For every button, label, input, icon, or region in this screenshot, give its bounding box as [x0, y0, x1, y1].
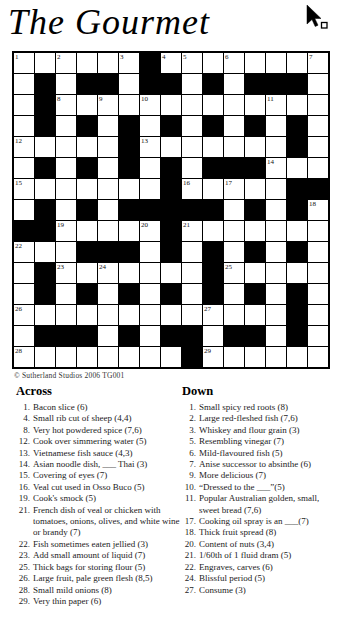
clue-down-9: 9.More delicious (7): [176, 470, 340, 481]
clue-across-14: 14.Asian noodle dish, ___ Thai (3): [10, 459, 180, 470]
black-cell: [56, 326, 76, 346]
cell-number: 14: [267, 158, 274, 166]
clue-down-10: 10.“Dressed to the ___”(5): [176, 482, 340, 493]
black-cell: [287, 74, 307, 94]
clue-number: 13.: [10, 448, 33, 459]
grid-cell[interactable]: [14, 116, 34, 136]
grid-cell[interactable]: [287, 53, 307, 73]
grid-cell[interactable]: [224, 221, 244, 241]
grid-cell[interactable]: [224, 242, 244, 262]
grid-cell[interactable]: [266, 116, 286, 136]
black-cell: [77, 116, 97, 136]
grid-cell[interactable]: [245, 263, 265, 283]
black-cell: [287, 116, 307, 136]
grid-cell[interactable]: [308, 116, 328, 136]
black-cell: [203, 74, 223, 94]
grid-cell[interactable]: [266, 326, 286, 346]
black-cell: [203, 263, 223, 283]
grid-cell[interactable]: [308, 74, 328, 94]
grid-cell[interactable]: [56, 158, 76, 178]
clue-text: Cooking oil spray is an ___(7): [199, 516, 340, 527]
grid-cell[interactable]: [140, 305, 160, 325]
black-cell: [140, 74, 160, 94]
grid-cell[interactable]: 20: [140, 221, 160, 241]
grid-cell[interactable]: [266, 137, 286, 157]
black-cell: [245, 200, 265, 220]
cell-number: 28: [15, 347, 22, 355]
grid-cell[interactable]: [161, 305, 181, 325]
clue-across-22: 22.Fish sometimes eaten jellied (3): [10, 539, 180, 550]
grid-cell[interactable]: [77, 53, 97, 73]
grid-cell[interactable]: [119, 263, 139, 283]
grid-cell[interactable]: [245, 53, 265, 73]
black-cell: [245, 284, 265, 304]
grid-cell[interactable]: 22: [14, 242, 34, 262]
grid-cell[interactable]: [224, 137, 244, 157]
grid-cell[interactable]: [140, 116, 160, 136]
black-cell: [119, 116, 139, 136]
clue-across-26: 26.Large fruit, pale green flesh (8,5): [10, 573, 180, 584]
grid-cell[interactable]: [266, 200, 286, 220]
black-cell: [245, 116, 265, 136]
grid-cell[interactable]: [203, 221, 223, 241]
clue-text: Large red-fleshed fish (7,6): [199, 413, 340, 424]
clue-across-29: 29.Very thin paper (6): [10, 596, 180, 607]
grid-cell[interactable]: [161, 95, 181, 115]
cell-number: 23: [57, 263, 64, 271]
grid-cell[interactable]: 17: [224, 179, 244, 199]
clue-number: 6.: [176, 448, 199, 459]
grid-cell[interactable]: 7: [308, 53, 328, 73]
grid-cell[interactable]: [14, 74, 34, 94]
clue-number: 7.: [176, 459, 199, 470]
grid-cell[interactable]: [287, 95, 307, 115]
grid-cell[interactable]: [308, 95, 328, 115]
grid-cell[interactable]: [224, 200, 244, 220]
clue-number: 22.: [10, 539, 33, 550]
grid-cell[interactable]: [224, 284, 244, 304]
grid-cell[interactable]: 27: [203, 305, 223, 325]
grid-cell[interactable]: [35, 53, 55, 73]
grid-cell[interactable]: [14, 263, 34, 283]
black-cell: [161, 200, 181, 220]
grid-cell[interactable]: [182, 137, 202, 157]
black-cell: [203, 116, 223, 136]
grid-cell[interactable]: [119, 74, 139, 94]
black-cell: [35, 326, 55, 346]
grid-cell[interactable]: [98, 326, 118, 346]
across-clue-list: 1.Bacon slice (6)4.Small rib cut of shee…: [10, 402, 180, 607]
black-cell: [182, 326, 202, 346]
cell-number: 6: [225, 53, 229, 61]
black-cell: [224, 158, 244, 178]
black-cell: [119, 284, 139, 304]
grid-cell[interactable]: [35, 347, 55, 367]
grid-cell[interactable]: [98, 347, 118, 367]
black-cell: [35, 74, 55, 94]
grid-cell[interactable]: [266, 221, 286, 241]
clue-text: Fish sometimes eaten jellied (3): [33, 539, 180, 550]
grid-cell[interactable]: [224, 347, 244, 367]
grid-cell[interactable]: [140, 284, 160, 304]
clue-number: 23.: [10, 550, 33, 561]
cell-number: 8: [57, 95, 61, 103]
clue-text: Very hot powdered spice (7,6): [33, 425, 180, 436]
clue-text: Whiskey and flour grain (3): [199, 425, 340, 436]
cell-number: 29: [204, 347, 211, 355]
grid-cell[interactable]: [182, 158, 202, 178]
clue-text: Bacon slice (6): [33, 402, 180, 413]
clue-number: 11.: [176, 493, 199, 516]
grid-cell[interactable]: [56, 74, 76, 94]
grid-cell[interactable]: [308, 221, 328, 241]
clue-across-19: 19.Cook's smock (5): [10, 493, 180, 504]
across-clues-section: Across 1.Bacon slice (6)4.Small rib cut …: [10, 384, 180, 607]
black-cell: [161, 116, 181, 136]
grid-cell[interactable]: [140, 179, 160, 199]
clue-text: 1/60th of 1 fluid dram (5): [199, 550, 340, 561]
black-cell: [287, 242, 307, 262]
black-cell: [287, 284, 307, 304]
grid-cell[interactable]: [308, 137, 328, 157]
grid-cell[interactable]: 18: [308, 200, 328, 220]
grid-cell[interactable]: [56, 179, 76, 199]
black-cell: [98, 242, 118, 262]
grid-cell[interactable]: 3: [119, 53, 139, 73]
grid-cell[interactable]: [14, 284, 34, 304]
grid-cell[interactable]: [14, 95, 34, 115]
clue-number: 21.: [176, 550, 199, 561]
grid-cell[interactable]: [182, 242, 202, 262]
clue-text: French dish of veal or chicken with toma…: [33, 505, 180, 539]
black-cell: [77, 158, 97, 178]
grid-cell[interactable]: [203, 95, 223, 115]
clue-down-27: 27.Consume (3): [176, 585, 340, 596]
grid-cell[interactable]: [308, 284, 328, 304]
crossword-grid: 1234567891011121314151617181920212223242…: [12, 51, 330, 369]
grid-cell[interactable]: 25: [224, 263, 244, 283]
black-cell: [161, 326, 181, 346]
grid-cell[interactable]: [308, 347, 328, 367]
grid-cell[interactable]: [56, 137, 76, 157]
clue-number: 29.: [10, 596, 33, 607]
clue-text: Small rib cut of sheep (4,4): [33, 413, 180, 424]
grid-cell[interactable]: [308, 326, 328, 346]
grid-cell[interactable]: [266, 263, 286, 283]
grid-cell[interactable]: [203, 137, 223, 157]
grid-cell[interactable]: [140, 242, 160, 262]
clue-down-17: 17.Cooking oil spray is an ___(7): [176, 516, 340, 527]
grid-cell[interactable]: [308, 158, 328, 178]
grid-cell[interactable]: [77, 137, 97, 157]
grid-cell[interactable]: 11: [266, 95, 286, 115]
clue-across-1: 1.Bacon slice (6): [10, 402, 180, 413]
grid-cell[interactable]: [161, 263, 181, 283]
clue-across-12: 12.Cook over simmering water (5): [10, 436, 180, 447]
clue-text: Resembling vinegar (7): [199, 436, 340, 447]
grid-cell[interactable]: [203, 326, 223, 346]
grid-cell[interactable]: [14, 326, 34, 346]
grid-cell[interactable]: 24: [98, 263, 118, 283]
clue-number: 20.: [176, 539, 199, 550]
grid-cell[interactable]: [182, 95, 202, 115]
clue-number: 14.: [10, 459, 33, 470]
clue-text: Veal cut used in Osso Buco (5): [33, 482, 180, 493]
grid-cell[interactable]: [182, 305, 202, 325]
grid-cell[interactable]: [77, 221, 97, 241]
clue-number: 2.: [176, 413, 199, 424]
grid-cell[interactable]: [98, 179, 118, 199]
grid-cell[interactable]: 19: [56, 221, 76, 241]
grid-cell[interactable]: [287, 347, 307, 367]
cell-number: 3: [120, 53, 124, 61]
clue-number: 26.: [10, 573, 33, 584]
grid-cell[interactable]: [224, 95, 244, 115]
grid-cell[interactable]: 2: [56, 53, 76, 73]
grid-cell[interactable]: [308, 305, 328, 325]
clue-number: 28.: [10, 585, 33, 596]
grid-cell[interactable]: 14: [266, 158, 286, 178]
grid-cell[interactable]: [203, 179, 223, 199]
grid-cell[interactable]: [140, 263, 160, 283]
black-cell: [161, 284, 181, 304]
cell-number: 17: [225, 179, 232, 187]
black-cell: [287, 305, 307, 325]
clue-across-16: 16.Veal cut used in Osso Buco (5): [10, 482, 180, 493]
grid-cell[interactable]: [245, 221, 265, 241]
grid-cell[interactable]: [98, 305, 118, 325]
clue-text: Asian noodle dish, ___ Thai (3): [33, 459, 180, 470]
grid-cell[interactable]: [56, 347, 76, 367]
black-cell: [119, 200, 139, 220]
mouse-cursor-icon: [301, 4, 329, 32]
grid-cell[interactable]: [140, 158, 160, 178]
cell-number: 9: [99, 95, 103, 103]
clue-down-22: 22.Engraves, carves (6): [176, 562, 340, 573]
cell-number: 5: [183, 53, 187, 61]
grid-cell[interactable]: [224, 305, 244, 325]
black-cell: [287, 200, 307, 220]
grid-cell[interactable]: 15: [14, 179, 34, 199]
grid-cell[interactable]: [77, 263, 97, 283]
clue-number: 9.: [176, 470, 199, 481]
grid-cell[interactable]: 12: [14, 137, 34, 157]
grid-cell[interactable]: 9: [98, 95, 118, 115]
clue-number: 18.: [176, 527, 199, 538]
grid-cell[interactable]: [14, 200, 34, 220]
clue-number: 3.: [176, 425, 199, 436]
black-cell: [119, 326, 139, 346]
black-cell: [161, 242, 181, 262]
grid-cell[interactable]: [245, 347, 265, 367]
down-clues-section: Down 1.Small spicy red roots (8)2.Large …: [176, 384, 340, 596]
grid-cell[interactable]: [56, 200, 76, 220]
cell-number: 15: [15, 179, 22, 187]
grid-cell[interactable]: [266, 284, 286, 304]
grid-cell[interactable]: [98, 53, 118, 73]
grid-cell[interactable]: 1: [14, 53, 34, 73]
clue-number: 21.: [10, 505, 33, 539]
grid-cell[interactable]: [266, 347, 286, 367]
cell-number: 13: [141, 137, 148, 145]
grid-cell[interactable]: 26: [14, 305, 34, 325]
clue-number: 19.: [10, 493, 33, 504]
black-cell: [140, 200, 160, 220]
grid-cell[interactable]: [266, 305, 286, 325]
clue-text: Vietnamese fish sauce (4,3): [33, 448, 180, 459]
clue-number: 1.: [176, 402, 199, 413]
black-cell: [77, 284, 97, 304]
grid-cell[interactable]: [98, 200, 118, 220]
grid-cell[interactable]: [287, 263, 307, 283]
grid-cell[interactable]: [119, 221, 139, 241]
grid-cell[interactable]: [35, 137, 55, 157]
grid-cell[interactable]: [182, 263, 202, 283]
grid-cell[interactable]: [119, 179, 139, 199]
grid-cell[interactable]: [287, 221, 307, 241]
copyright-text: © Sutherland Studios 2006 TG001: [14, 371, 125, 380]
grid-cell[interactable]: [98, 284, 118, 304]
cell-number: 4: [162, 53, 166, 61]
black-cell: [203, 284, 223, 304]
clue-down-7: 7.Anise successor to absinthe (6): [176, 459, 340, 470]
grid-cell[interactable]: [308, 242, 328, 262]
black-cell: [287, 326, 307, 346]
clue-down-20: 20.Content of nuts (3,4): [176, 539, 340, 550]
grid-cell[interactable]: [56, 116, 76, 136]
clue-text: More delicious (7): [199, 470, 340, 481]
grid-cell[interactable]: [98, 221, 118, 241]
cell-number: 25: [225, 263, 232, 271]
grid-cell[interactable]: [119, 347, 139, 367]
black-cell: [182, 347, 202, 367]
clue-number: 12.: [10, 436, 33, 447]
grid-cell[interactable]: [224, 74, 244, 94]
grid-cell[interactable]: [161, 137, 181, 157]
grid-cell[interactable]: [14, 158, 34, 178]
black-cell: [14, 221, 34, 241]
clue-across-13: 13.Vietnamese fish sauce (4,3): [10, 448, 180, 459]
grid-cell[interactable]: 21: [182, 221, 202, 241]
grid-cell[interactable]: [98, 116, 118, 136]
clue-down-3: 3.Whiskey and flour grain (3): [176, 425, 340, 436]
grid-cell[interactable]: [35, 242, 55, 262]
cell-number: 20: [141, 221, 148, 229]
grid-cell[interactable]: [245, 305, 265, 325]
cell-number: 12: [15, 137, 22, 145]
grid-cell[interactable]: [182, 284, 202, 304]
grid-cell[interactable]: [56, 242, 76, 262]
grid-cell[interactable]: [287, 158, 307, 178]
grid-cell[interactable]: [77, 305, 97, 325]
grid-cell[interactable]: [119, 305, 139, 325]
grid-cell[interactable]: [140, 347, 160, 367]
clue-text: Content of nuts (3,4): [199, 539, 340, 550]
grid-cell[interactable]: 28: [14, 347, 34, 367]
cell-number: 2: [57, 53, 61, 61]
black-cell: [119, 158, 139, 178]
grid-cell[interactable]: 5: [182, 53, 202, 73]
cell-number: 7: [309, 53, 313, 61]
clue-number: 10.: [176, 482, 199, 493]
black-cell: [224, 326, 244, 346]
grid-cell[interactable]: 4: [161, 53, 181, 73]
grid-cell[interactable]: [308, 263, 328, 283]
clue-text: Covering of eyes (7): [33, 470, 180, 481]
grid-cell[interactable]: [203, 53, 223, 73]
grid-cell[interactable]: [77, 347, 97, 367]
black-cell: [161, 158, 181, 178]
grid-cell[interactable]: 8: [56, 95, 76, 115]
clue-down-24: 24.Blissful period (5): [176, 573, 340, 584]
black-cell: [266, 74, 286, 94]
clue-across-21: 21.French dish of veal or chicken with t…: [10, 505, 180, 539]
clue-text: Anise successor to absinthe (6): [199, 459, 340, 470]
grid-cell[interactable]: [77, 179, 97, 199]
grid-cell[interactable]: [182, 74, 202, 94]
grid-cell[interactable]: [140, 326, 160, 346]
grid-cell[interactable]: [245, 137, 265, 157]
grid-cell[interactable]: 6: [224, 53, 244, 73]
grid-cell[interactable]: [182, 116, 202, 136]
cell-number: 22: [15, 242, 22, 250]
black-cell: [203, 200, 223, 220]
grid-cell[interactable]: [56, 284, 76, 304]
grid-cell[interactable]: [266, 242, 286, 262]
grid-cell[interactable]: 13: [140, 137, 160, 157]
grid-cell[interactable]: [35, 179, 55, 199]
clue-text: Engraves, carves (6): [199, 562, 340, 573]
down-header: Down: [182, 384, 340, 399]
black-cell: [35, 200, 55, 220]
grid-cell[interactable]: 23: [56, 263, 76, 283]
clue-across-4: 4.Small rib cut of sheep (4,4): [10, 413, 180, 424]
clue-number: 24.: [176, 573, 199, 584]
grid-cell[interactable]: [224, 116, 244, 136]
clue-number: 15.: [10, 470, 33, 481]
black-cell: [245, 326, 265, 346]
clue-text: Cook's smock (5): [33, 493, 180, 504]
black-cell: [98, 74, 118, 94]
grid-cell[interactable]: [266, 53, 286, 73]
grid-cell[interactable]: [245, 95, 265, 115]
grid-cell[interactable]: [98, 137, 118, 157]
black-cell: [119, 137, 139, 157]
clue-across-23: 23.Add small amount of liquid (7): [10, 550, 180, 561]
cell-number: 1: [15, 53, 19, 61]
grid-cell[interactable]: [119, 95, 139, 115]
grid-cell[interactable]: 10: [140, 95, 160, 115]
black-cell: [203, 158, 223, 178]
grid-cell[interactable]: [77, 95, 97, 115]
grid-cell[interactable]: [56, 305, 76, 325]
grid-cell[interactable]: [245, 179, 265, 199]
clue-across-28: 28.Small mild onions (8): [10, 585, 180, 596]
grid-cell[interactable]: [98, 158, 118, 178]
grid-cell[interactable]: [266, 179, 286, 199]
grid-cell[interactable]: 29: [203, 347, 223, 367]
clue-number: 1.: [10, 402, 33, 413]
clue-number: 16.: [10, 482, 33, 493]
clue-number: 8.: [10, 425, 33, 436]
cell-number: 21: [183, 221, 190, 229]
grid-cell[interactable]: 16: [182, 179, 202, 199]
cell-number: 26: [15, 305, 22, 313]
grid-cell[interactable]: [161, 347, 181, 367]
black-cell: [245, 158, 265, 178]
grid-cell[interactable]: [35, 305, 55, 325]
clue-across-15: 15.Covering of eyes (7): [10, 470, 180, 481]
